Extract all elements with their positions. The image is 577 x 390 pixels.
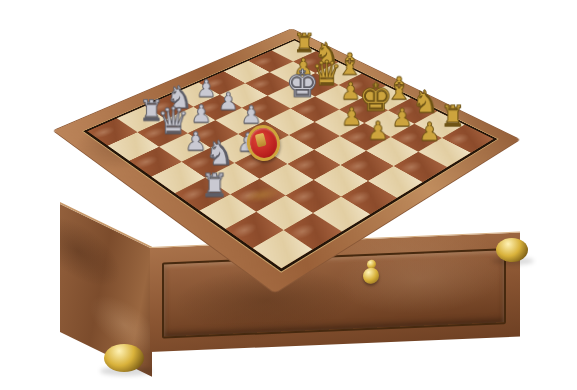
square-a1 (253, 230, 313, 268)
brass-foot (104, 344, 144, 372)
piece-gold-bishop: ♝ (382, 73, 416, 104)
piece-gold-knight: ♞ (408, 86, 443, 117)
brass-foot (496, 238, 528, 262)
chess-board-frame: ♜♞♟♜♛♟♟♟♞♟♟♚♛♝♞♟♟♜♟♚♝♟♟♞♟♜ (54, 29, 520, 293)
chess-set-photo: ♜♞♟♜♛♟♟♟♞♟♟♚♛♝♞♟♟♜♟♚♝♟♟♞♟♜ (0, 0, 577, 390)
chess-board: ♜♞♟♜♛♟♟♟♞♟♟♚♛♝♞♟♟♜♟♚♝♟♟♞♟♜ (83, 39, 497, 272)
board-scene: ♜♞♟♜♛♟♟♟♞♟♟♚♛♝♞♟♟♜♟♚♝♟♟♞♟♜ (115, 0, 455, 305)
